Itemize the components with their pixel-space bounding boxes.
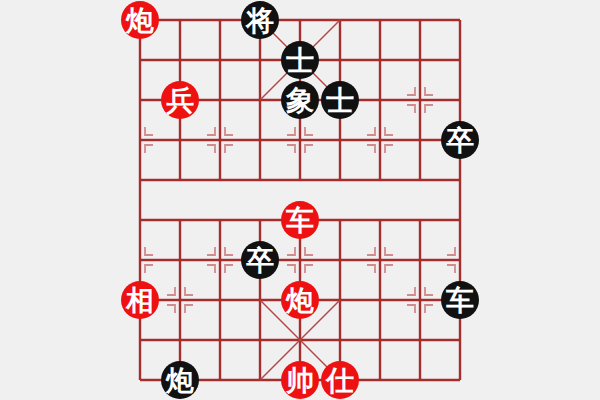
board-point-1-2[interactable]: 兵 (160, 80, 200, 120)
board-point-4-3[interactable] (280, 120, 320, 160)
board-point-5-0[interactable] (320, 0, 360, 40)
board-point-8-9[interactable] (440, 360, 480, 400)
board-point-1-9[interactable]: 炮 (160, 360, 200, 400)
board-point-7-2[interactable] (400, 80, 440, 120)
board-point-4-8[interactable] (280, 320, 320, 360)
piece-glyph: 士 (326, 87, 354, 115)
board-point-0-1[interactable] (120, 40, 160, 80)
board-point-7-8[interactable] (400, 320, 440, 360)
black-pawn-piece[interactable]: 卒 (441, 121, 479, 159)
board-grid: 炮将士兵象士卒车卒相炮车炮帅仕 (120, 0, 480, 400)
red-general-piece[interactable]: 帅 (281, 361, 319, 399)
board-point-8-0[interactable] (440, 0, 480, 40)
board-point-5-6[interactable] (320, 240, 360, 280)
piece-glyph: 兵 (166, 87, 194, 115)
board-point-6-2[interactable] (360, 80, 400, 120)
board-point-0-8[interactable] (120, 320, 160, 360)
board-point-7-3[interactable] (400, 120, 440, 160)
board-point-8-6[interactable] (440, 240, 480, 280)
board-point-4-4[interactable] (280, 160, 320, 200)
board-point-1-1[interactable] (160, 40, 200, 80)
board-point-5-2[interactable]: 士 (320, 80, 360, 120)
board-point-2-1[interactable] (200, 40, 240, 80)
black-elephant-piece[interactable]: 象 (281, 81, 319, 119)
board-point-7-1[interactable] (400, 40, 440, 80)
piece-glyph: 卒 (446, 127, 474, 155)
board-point-3-5[interactable] (240, 200, 280, 240)
board-point-2-8[interactable] (200, 320, 240, 360)
red-elephant-piece[interactable]: 相 (121, 281, 159, 319)
black-cannon-piece[interactable]: 炮 (161, 361, 199, 399)
board-point-3-6[interactable]: 卒 (240, 240, 280, 280)
board-point-1-0[interactable] (160, 0, 200, 40)
board-point-3-1[interactable] (240, 40, 280, 80)
board-point-6-9[interactable] (360, 360, 400, 400)
board-point-3-7[interactable] (240, 280, 280, 320)
piece-glyph: 帅 (286, 367, 314, 395)
board-point-0-5[interactable] (120, 200, 160, 240)
board-point-6-3[interactable] (360, 120, 400, 160)
black-pawn-piece[interactable]: 卒 (241, 241, 279, 279)
board-point-2-0[interactable] (200, 0, 240, 40)
piece-glyph: 仕 (326, 367, 354, 395)
board-point-2-9[interactable] (200, 360, 240, 400)
board-point-7-5[interactable] (400, 200, 440, 240)
board-point-5-7[interactable] (320, 280, 360, 320)
board-point-0-9[interactable] (120, 360, 160, 400)
board-point-0-2[interactable] (120, 80, 160, 120)
board-point-6-6[interactable] (360, 240, 400, 280)
board-point-8-7[interactable]: 车 (440, 280, 480, 320)
board-point-3-0[interactable]: 将 (240, 0, 280, 40)
piece-glyph: 车 (286, 207, 314, 235)
board-point-2-2[interactable] (200, 80, 240, 120)
board-point-2-6[interactable] (200, 240, 240, 280)
board-point-8-8[interactable] (440, 320, 480, 360)
board-point-4-1[interactable]: 士 (280, 40, 320, 80)
board-point-3-4[interactable] (240, 160, 280, 200)
board-point-4-0[interactable] (280, 0, 320, 40)
board-point-1-7[interactable] (160, 280, 200, 320)
board-point-7-7[interactable] (400, 280, 440, 320)
piece-glyph: 车 (446, 287, 474, 315)
board-point-6-4[interactable] (360, 160, 400, 200)
black-general-piece[interactable]: 将 (241, 1, 279, 39)
board-point-1-3[interactable] (160, 120, 200, 160)
board-point-3-8[interactable] (240, 320, 280, 360)
board-point-4-9[interactable]: 帅 (280, 360, 320, 400)
board-point-6-0[interactable] (360, 0, 400, 40)
board-point-4-6[interactable] (280, 240, 320, 280)
board-point-7-0[interactable] (400, 0, 440, 40)
piece-glyph: 士 (286, 47, 314, 75)
board-point-5-9[interactable]: 仕 (320, 360, 360, 400)
board-point-6-8[interactable] (360, 320, 400, 360)
board-point-0-3[interactable] (120, 120, 160, 160)
board-point-5-8[interactable] (320, 320, 360, 360)
black-advisor-piece[interactable]: 士 (321, 81, 359, 119)
red-chariot-piece[interactable]: 车 (281, 201, 319, 239)
board-point-6-7[interactable] (360, 280, 400, 320)
board-point-7-4[interactable] (400, 160, 440, 200)
board-point-8-5[interactable] (440, 200, 480, 240)
board-point-3-2[interactable] (240, 80, 280, 120)
board-point-1-5[interactable] (160, 200, 200, 240)
board-point-1-8[interactable] (160, 320, 200, 360)
board-point-1-4[interactable] (160, 160, 200, 200)
board-point-2-7[interactable] (200, 280, 240, 320)
board-point-5-4[interactable] (320, 160, 360, 200)
board-point-6-1[interactable] (360, 40, 400, 80)
red-cannon-piece[interactable]: 炮 (281, 281, 319, 319)
board-point-8-2[interactable] (440, 80, 480, 120)
board-point-3-9[interactable] (240, 360, 280, 400)
board-point-4-5[interactable]: 车 (280, 200, 320, 240)
board-point-4-7[interactable]: 炮 (280, 280, 320, 320)
board-point-0-0[interactable]: 炮 (120, 0, 160, 40)
piece-glyph: 将 (246, 7, 274, 35)
piece-glyph: 卒 (246, 247, 274, 275)
piece-glyph: 炮 (286, 287, 314, 315)
xiangqi-board: 炮将士兵象士卒车卒相炮车炮帅仕 (0, 0, 600, 400)
red-cannon-piece[interactable]: 炮 (121, 1, 159, 39)
board-point-6-5[interactable] (360, 200, 400, 240)
piece-glyph: 炮 (166, 367, 194, 395)
red-advisor-piece[interactable]: 仕 (321, 361, 359, 399)
red-pawn-piece[interactable]: 兵 (161, 81, 199, 119)
board-point-7-6[interactable] (400, 240, 440, 280)
board-point-5-5[interactable] (320, 200, 360, 240)
board-point-0-4[interactable] (120, 160, 160, 200)
board-point-3-3[interactable] (240, 120, 280, 160)
board-point-7-9[interactable] (400, 360, 440, 400)
board-point-5-3[interactable] (320, 120, 360, 160)
board-point-2-3[interactable] (200, 120, 240, 160)
board-point-8-3[interactable]: 卒 (440, 120, 480, 160)
black-advisor-piece[interactable]: 士 (281, 41, 319, 79)
board-point-8-1[interactable] (440, 40, 480, 80)
piece-glyph: 象 (286, 87, 314, 115)
board-point-0-6[interactable] (120, 240, 160, 280)
board-point-2-4[interactable] (200, 160, 240, 200)
piece-glyph: 炮 (126, 7, 154, 35)
board-point-5-1[interactable] (320, 40, 360, 80)
piece-glyph: 相 (126, 287, 154, 315)
board-point-1-6[interactable] (160, 240, 200, 280)
black-chariot-piece[interactable]: 车 (441, 281, 479, 319)
board-point-8-4[interactable] (440, 160, 480, 200)
board-point-0-7[interactable]: 相 (120, 280, 160, 320)
board-point-2-5[interactable] (200, 200, 240, 240)
board-point-4-2[interactable]: 象 (280, 80, 320, 120)
